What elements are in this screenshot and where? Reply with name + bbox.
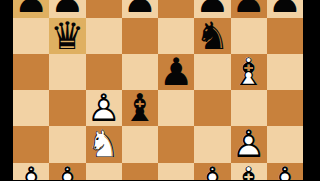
square-e7[interactable] (158, 0, 194, 18)
square-f5[interactable] (194, 54, 230, 90)
black-knight-piece: ♞ (194, 18, 230, 54)
square-h3[interactable] (267, 126, 303, 162)
square-b5[interactable] (49, 54, 85, 90)
square-h4[interactable] (267, 90, 303, 126)
square-c3[interactable]: ♞♘ (86, 126, 122, 162)
square-g5[interactable]: ♝♗ (231, 54, 267, 90)
white-pawn-piece: ♟♙ (86, 90, 122, 126)
square-a5[interactable] (13, 54, 49, 90)
square-g3[interactable]: ♟♙ (231, 126, 267, 162)
black-pawn-piece: ♟ (158, 54, 194, 90)
black-queen-piece: ♛ (49, 18, 85, 54)
square-h6[interactable] (267, 18, 303, 54)
square-c6[interactable] (86, 18, 122, 54)
square-a7[interactable]: ♟ (13, 0, 49, 18)
square-f2[interactable]: ♟♙ (194, 163, 230, 181)
white-bishop-piece: ♝♗ (231, 54, 267, 90)
square-g6[interactable] (231, 18, 267, 54)
square-c4[interactable]: ♟♙ (86, 90, 122, 126)
square-d3[interactable] (122, 126, 158, 162)
square-g4[interactable] (231, 90, 267, 126)
square-g7[interactable]: ♟ (231, 0, 267, 18)
white-pawn-piece: ♟♙ (194, 163, 230, 181)
square-b2[interactable]: ♟♙ (49, 163, 85, 181)
square-b4[interactable] (49, 90, 85, 126)
white-knight-piece: ♞♘ (86, 126, 122, 162)
white-pawn-piece: ♟♙ (49, 163, 85, 181)
black-pawn-piece: ♟ (13, 0, 49, 18)
chess-board: ♟♟♟♟♟♟♛♞♟♝♗♟♙♝♞♘♟♙♟♙♟♙♟♙♝♗♟♙ (13, 0, 303, 180)
square-b3[interactable] (49, 126, 85, 162)
square-e2[interactable] (158, 163, 194, 181)
square-d6[interactable] (122, 18, 158, 54)
square-b6[interactable]: ♛ (49, 18, 85, 54)
square-c2[interactable] (86, 163, 122, 181)
black-pawn-piece: ♟ (267, 0, 303, 18)
square-h2[interactable]: ♟♙ (267, 163, 303, 181)
black-pawn-piece: ♟ (122, 0, 158, 18)
square-c7[interactable] (86, 0, 122, 18)
square-g2[interactable]: ♝♗ (231, 163, 267, 181)
square-a4[interactable] (13, 90, 49, 126)
chess-app-canvas: ♟♟♟♟♟♟♛♞♟♝♗♟♙♝♞♘♟♙♟♙♟♙♟♙♝♗♟♙ (0, 0, 320, 180)
square-f4[interactable] (194, 90, 230, 126)
square-e3[interactable] (158, 126, 194, 162)
square-d4[interactable]: ♝ (122, 90, 158, 126)
square-h7[interactable]: ♟ (267, 0, 303, 18)
square-e6[interactable] (158, 18, 194, 54)
square-d2[interactable] (122, 163, 158, 181)
square-a3[interactable] (13, 126, 49, 162)
square-e5[interactable]: ♟ (158, 54, 194, 90)
square-c5[interactable] (86, 54, 122, 90)
square-d5[interactable] (122, 54, 158, 90)
white-bishop-piece: ♝♗ (231, 163, 267, 181)
square-a2[interactable]: ♟♙ (13, 163, 49, 181)
black-bishop-piece: ♝ (122, 90, 158, 126)
square-f3[interactable] (194, 126, 230, 162)
white-pawn-piece: ♟♙ (267, 163, 303, 181)
white-pawn-piece: ♟♙ (231, 126, 267, 162)
letterbox-right (303, 0, 320, 180)
black-pawn-piece: ♟ (231, 0, 267, 18)
square-e4[interactable] (158, 90, 194, 126)
square-h5[interactable] (267, 54, 303, 90)
square-a6[interactable] (13, 18, 49, 54)
square-f6[interactable]: ♞ (194, 18, 230, 54)
square-d7[interactable]: ♟ (122, 0, 158, 18)
white-pawn-piece: ♟♙ (13, 163, 49, 181)
letterbox-left (0, 0, 13, 180)
